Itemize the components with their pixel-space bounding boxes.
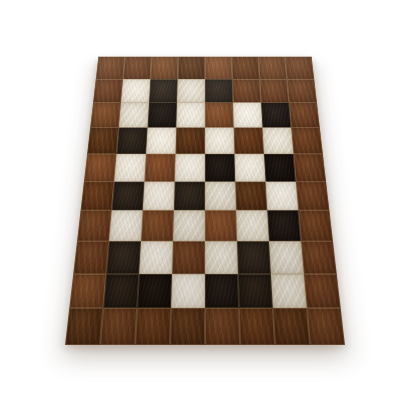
patch-r8-c6 [271,274,307,309]
patch-r5-c3 [174,181,205,210]
patch-r8-c3 [171,274,205,309]
patch-r6-c2 [141,210,174,241]
patch-r1-c0 [93,79,123,103]
patch-r2-c3 [176,103,205,128]
patch-r3-c0 [87,128,119,154]
patch-r9-c3 [170,308,205,345]
patch-r5-c2 [143,181,175,210]
patch-r2-c7 [289,103,320,128]
patch-r0-c2 [150,57,178,80]
patch-r0-c7 [285,57,314,80]
patch-r9-c1 [100,308,137,345]
patch-r9-c2 [135,308,171,345]
patch-r5-c4 [205,181,236,210]
patch-r2-c4 [205,103,234,128]
patch-r2-c1 [119,103,149,128]
patch-r4-c5 [234,154,265,182]
patch-r0-c1 [123,57,152,80]
patch-r9-c5 [239,308,275,345]
patch-r8-c0 [69,274,106,309]
patch-r3-c1 [117,128,148,154]
patch-r5-c1 [112,181,145,210]
patch-r7-c0 [73,241,109,274]
patch-r1-c5 [232,79,261,103]
patch-r0-c3 [178,57,205,80]
patch-r4-c2 [144,154,175,182]
patch-r6-c7 [298,210,333,241]
patch-r3-c4 [205,128,234,154]
patch-r7-c1 [106,241,141,274]
patch-r1-c2 [149,79,178,103]
patch-r2-c0 [90,103,121,128]
patch-r0-c4 [205,57,232,80]
patch-r2-c2 [148,103,177,128]
patch-r1-c6 [260,79,289,103]
patch-r3-c6 [262,128,293,154]
patch-r4-c3 [175,154,205,182]
patch-r8-c2 [137,274,172,309]
patch-r7-c5 [237,241,271,274]
patch-r6-c4 [205,210,237,241]
patch-r6-c1 [109,210,143,241]
patch-r9-c0 [65,308,103,345]
patch-r9-c6 [273,308,310,345]
patch-r4-c4 [205,154,235,182]
patch-r5-c5 [235,181,267,210]
patch-r1-c7 [287,79,317,103]
patch-r1-c4 [205,79,233,103]
patch-r6-c6 [267,210,301,241]
patch-r3-c7 [291,128,323,154]
patch-r0-c5 [232,57,260,80]
patch-r8-c4 [205,274,239,309]
patch-r4-c0 [84,154,117,182]
patch-r4-c7 [293,154,326,182]
patch-r1-c1 [121,79,150,103]
patch-r6-c5 [236,210,269,241]
patch-r0-c0 [96,57,125,80]
patch-r5-c6 [266,181,299,210]
patch-r8-c7 [304,274,341,309]
patch-r2-c5 [233,103,262,128]
patch-r8-c1 [103,274,139,309]
patch-r7-c3 [172,241,205,274]
patch-r1-c3 [177,79,205,103]
patch-r9-c7 [307,308,345,345]
patch-r3-c2 [146,128,176,154]
photo-background [0,0,400,400]
patch-r2-c6 [261,103,291,128]
patch-r3-c3 [176,128,205,154]
patch-r5-c7 [296,181,330,210]
patch-r7-c2 [139,241,173,274]
patch-r3-c5 [234,128,264,154]
patch-r7-c4 [205,241,238,274]
patch-r4-c1 [114,154,146,182]
rug [65,57,345,345]
patch-r9-c4 [205,308,240,345]
patch-r6-c0 [77,210,112,241]
patch-r4-c6 [264,154,296,182]
patch-r0-c6 [258,57,287,80]
patch-r5-c0 [81,181,115,210]
patch-r7-c7 [301,241,337,274]
patch-r6-c3 [173,210,205,241]
patch-r8-c5 [238,274,273,309]
patch-r7-c6 [269,241,304,274]
